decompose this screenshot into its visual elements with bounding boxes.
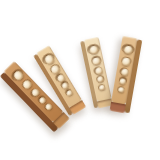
pit-row4-n4 [118,76,127,84]
seed-ball [98,84,105,91]
mancala-strip-4 [110,36,143,114]
mancala-strip-3 [79,37,112,109]
pit-row3-n2 [90,55,102,65]
seed-ball [123,45,133,55]
seed-ball [92,57,101,66]
seed-ball [22,79,33,90]
photo-canvas [0,0,160,160]
pit-row1-n2 [19,78,32,91]
pit-row3-n3 [92,65,102,75]
seed-ball [94,67,102,75]
pit-row4-n3 [119,66,129,75]
seed-ball [96,76,103,83]
pit-row3-n4 [95,75,104,84]
seed-ball [118,87,124,93]
seed-ball [37,96,45,104]
pit-row2-n5 [64,88,73,97]
seed-ball [119,78,126,85]
pit-row4-n1 [121,43,136,55]
pit-row4-n5 [117,85,125,92]
seed-ball [12,69,24,81]
seed-ball [122,57,131,66]
seed-ball [44,103,52,111]
seed-ball [89,45,99,55]
pit-row3-n1 [86,43,101,55]
seed-ball [120,68,128,76]
pit-row1-n5 [43,102,52,111]
seed-ball [65,89,73,97]
strip-end-face [110,102,126,113]
pit-row4-n2 [120,55,131,65]
pit-row3-n5 [97,83,105,90]
